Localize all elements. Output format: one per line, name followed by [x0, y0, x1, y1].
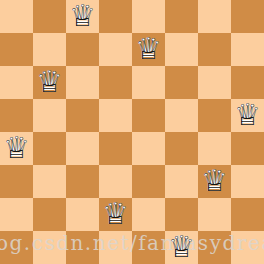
square-e4 — [132, 132, 165, 165]
white-queen: ♛♕ — [231, 99, 264, 132]
square-h7 — [231, 33, 264, 66]
white-queen-outline: ♕ — [198, 164, 231, 197]
square-b4 — [33, 132, 66, 165]
square-e8 — [132, 0, 165, 33]
square-b1 — [33, 231, 66, 264]
white-queen: ♛♕ — [132, 33, 165, 66]
square-d1 — [99, 231, 132, 264]
white-queen-outline: ♕ — [165, 230, 198, 263]
square-b7 — [33, 33, 66, 66]
square-e2 — [132, 198, 165, 231]
white-queen-outline: ♕ — [33, 65, 66, 98]
chess-board: ♛♕♛♕♛♕♛♕♛♕♛♕♛♕♛♕ — [0, 0, 264, 264]
white-queen: ♛♕ — [0, 132, 33, 165]
square-c7 — [66, 33, 99, 66]
square-f4 — [165, 132, 198, 165]
square-c1 — [66, 231, 99, 264]
square-f7 — [165, 33, 198, 66]
square-a7 — [0, 33, 33, 66]
square-a6 — [0, 66, 33, 99]
square-b8 — [33, 0, 66, 33]
square-c6 — [66, 66, 99, 99]
white-queen-outline: ♕ — [99, 197, 132, 230]
square-f8 — [165, 0, 198, 33]
square-g5 — [198, 99, 231, 132]
square-d8 — [99, 0, 132, 33]
square-a5 — [0, 99, 33, 132]
square-b6: ♛♕ — [33, 66, 66, 99]
square-g1 — [198, 231, 231, 264]
square-b3 — [33, 165, 66, 198]
square-e5 — [132, 99, 165, 132]
white-queen-outline: ♕ — [132, 32, 165, 65]
square-h8 — [231, 0, 264, 33]
square-b2 — [33, 198, 66, 231]
square-d6 — [99, 66, 132, 99]
square-e6 — [132, 66, 165, 99]
square-a4: ♛♕ — [0, 132, 33, 165]
square-g7 — [198, 33, 231, 66]
chess-diagram: ♛♕♛♕♛♕♛♕♛♕♛♕♛♕♛♕ og.csdn.net/fantasydrea… — [0, 0, 264, 264]
white-queen: ♛♕ — [33, 66, 66, 99]
square-c4 — [66, 132, 99, 165]
square-d5 — [99, 99, 132, 132]
white-queen-outline: ♕ — [0, 131, 33, 164]
square-d4 — [99, 132, 132, 165]
square-d7 — [99, 33, 132, 66]
square-g4 — [198, 132, 231, 165]
white-queen: ♛♕ — [99, 198, 132, 231]
square-a3 — [0, 165, 33, 198]
square-h5: ♛♕ — [231, 99, 264, 132]
square-h2 — [231, 198, 264, 231]
square-h4 — [231, 132, 264, 165]
square-e7: ♛♕ — [132, 33, 165, 66]
square-b5 — [33, 99, 66, 132]
square-e3 — [132, 165, 165, 198]
square-c5 — [66, 99, 99, 132]
square-f6 — [165, 66, 198, 99]
square-e1 — [132, 231, 165, 264]
square-a8 — [0, 0, 33, 33]
square-f3 — [165, 165, 198, 198]
square-a1 — [0, 231, 33, 264]
square-c8: ♛♕ — [66, 0, 99, 33]
white-queen: ♛♕ — [198, 165, 231, 198]
white-queen: ♛♕ — [66, 0, 99, 33]
square-f1: ♛♕ — [165, 231, 198, 264]
square-d2: ♛♕ — [99, 198, 132, 231]
square-d3 — [99, 165, 132, 198]
white-queen-outline: ♕ — [66, 0, 99, 32]
square-c2 — [66, 198, 99, 231]
white-queen: ♛♕ — [165, 231, 198, 264]
square-g3: ♛♕ — [198, 165, 231, 198]
square-g6 — [198, 66, 231, 99]
square-g8 — [198, 0, 231, 33]
square-g2 — [198, 198, 231, 231]
square-f2 — [165, 198, 198, 231]
white-queen-outline: ♕ — [231, 98, 264, 131]
square-f5 — [165, 99, 198, 132]
square-h1 — [231, 231, 264, 264]
square-h3 — [231, 165, 264, 198]
square-a2 — [0, 198, 33, 231]
square-h6 — [231, 66, 264, 99]
square-c3 — [66, 165, 99, 198]
